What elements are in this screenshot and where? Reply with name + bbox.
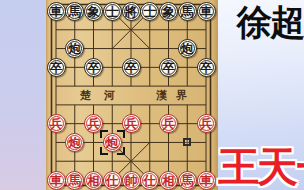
piece-glyph: 相 [162,174,175,187]
piece-red-advisor[interactable]: 仕 [140,171,159,190]
xiangqi-board[interactable]: 楚河 漢界 車馬象士將士象馬車炮炮卒卒卒卒卒兵兵兵兵兵炮炮車馬相仕帥仕相馬車 [46,0,218,190]
video-frame: 楚河 漢界 車馬象士將士象馬車炮炮卒卒卒卒卒兵兵兵兵兵炮炮車馬相仕帥仕相馬車 徐… [0,0,304,190]
piece-glyph: 卒 [125,62,138,75]
piece-glyph: 炮 [69,43,82,56]
piece-black-soldier[interactable]: 卒 [122,58,141,77]
piece-black-soldier[interactable]: 卒 [197,58,216,77]
piece-black-horse[interactable]: 馬 [178,2,197,21]
piece-glyph: 兵 [87,118,100,131]
piece-black-advisor[interactable]: 士 [140,2,159,21]
piece-red-soldier[interactable]: 兵 [84,114,103,133]
piece-black-soldier[interactable]: 卒 [47,58,66,77]
left-background [0,0,46,190]
piece-glyph: 車 [50,5,63,18]
piece-glyph: 兵 [125,118,138,131]
piece-glyph: 炮 [106,137,119,150]
piece-red-cannon[interactable]: 炮 [103,133,122,152]
piece-glyph: 卒 [50,62,63,75]
piece-black-cannon[interactable]: 炮 [178,39,197,58]
piece-glyph: 仕 [106,174,119,187]
last-move-origin-marker [183,138,191,146]
piece-glyph: 士 [106,5,119,18]
piece-glyph: 馬 [69,174,82,187]
piece-glyph: 士 [144,5,157,18]
piece-glyph: 車 [200,5,213,18]
piece-glyph: 兵 [200,118,213,131]
piece-black-chariot[interactable]: 車 [197,2,216,21]
piece-glyph: 車 [50,174,63,187]
piece-glyph: 馬 [181,174,194,187]
piece-glyph: 仕 [144,174,157,187]
player-name-bottom: 王天一 [218,146,304,189]
piece-red-horse[interactable]: 馬 [178,171,197,190]
piece-red-horse[interactable]: 馬 [65,171,84,190]
piece-red-general[interactable]: 帥 [122,171,141,190]
piece-glyph: 相 [87,174,100,187]
piece-red-chariot[interactable]: 車 [197,171,216,190]
piece-glyph: 馬 [181,5,194,18]
piece-red-soldier[interactable]: 兵 [47,114,66,133]
piece-glyph: 車 [200,174,213,187]
piece-red-soldier[interactable]: 兵 [159,114,178,133]
piece-black-cannon[interactable]: 炮 [65,39,84,58]
piece-glyph: 兵 [162,118,175,131]
piece-red-chariot[interactable]: 車 [47,171,66,190]
piece-red-soldier[interactable]: 兵 [122,114,141,133]
piece-glyph: 兵 [50,118,63,131]
piece-black-soldier[interactable]: 卒 [159,58,178,77]
piece-glyph: 將 [125,5,138,18]
piece-glyph: 卒 [162,62,175,75]
piece-glyph: 象 [162,5,175,18]
piece-black-horse[interactable]: 馬 [65,2,84,21]
piece-glyph: 象 [87,5,100,18]
river-label-left: 楚河 [80,88,128,103]
piece-black-chariot[interactable]: 車 [47,2,66,21]
piece-red-soldier[interactable]: 兵 [197,114,216,133]
piece-glyph: 卒 [200,62,213,75]
piece-red-elephant[interactable]: 相 [84,171,103,190]
piece-glyph: 炮 [181,43,194,56]
piece-red-elephant[interactable]: 相 [159,171,178,190]
piece-black-elephant[interactable]: 象 [84,2,103,21]
piece-glyph: 卒 [87,62,100,75]
piece-black-soldier[interactable]: 卒 [84,58,103,77]
piece-black-advisor[interactable]: 士 [103,2,122,21]
piece-glyph: 馬 [69,5,82,18]
piece-black-general[interactable]: 將 [122,2,141,21]
piece-red-cannon[interactable]: 炮 [65,133,84,152]
piece-glyph: 炮 [69,137,82,150]
piece-red-advisor[interactable]: 仕 [103,171,122,190]
piece-glyph: 帥 [125,174,138,187]
piece-black-elephant[interactable]: 象 [159,2,178,21]
river-label-right: 漢界 [156,88,196,103]
player-name-top: 徐超 [237,2,303,42]
